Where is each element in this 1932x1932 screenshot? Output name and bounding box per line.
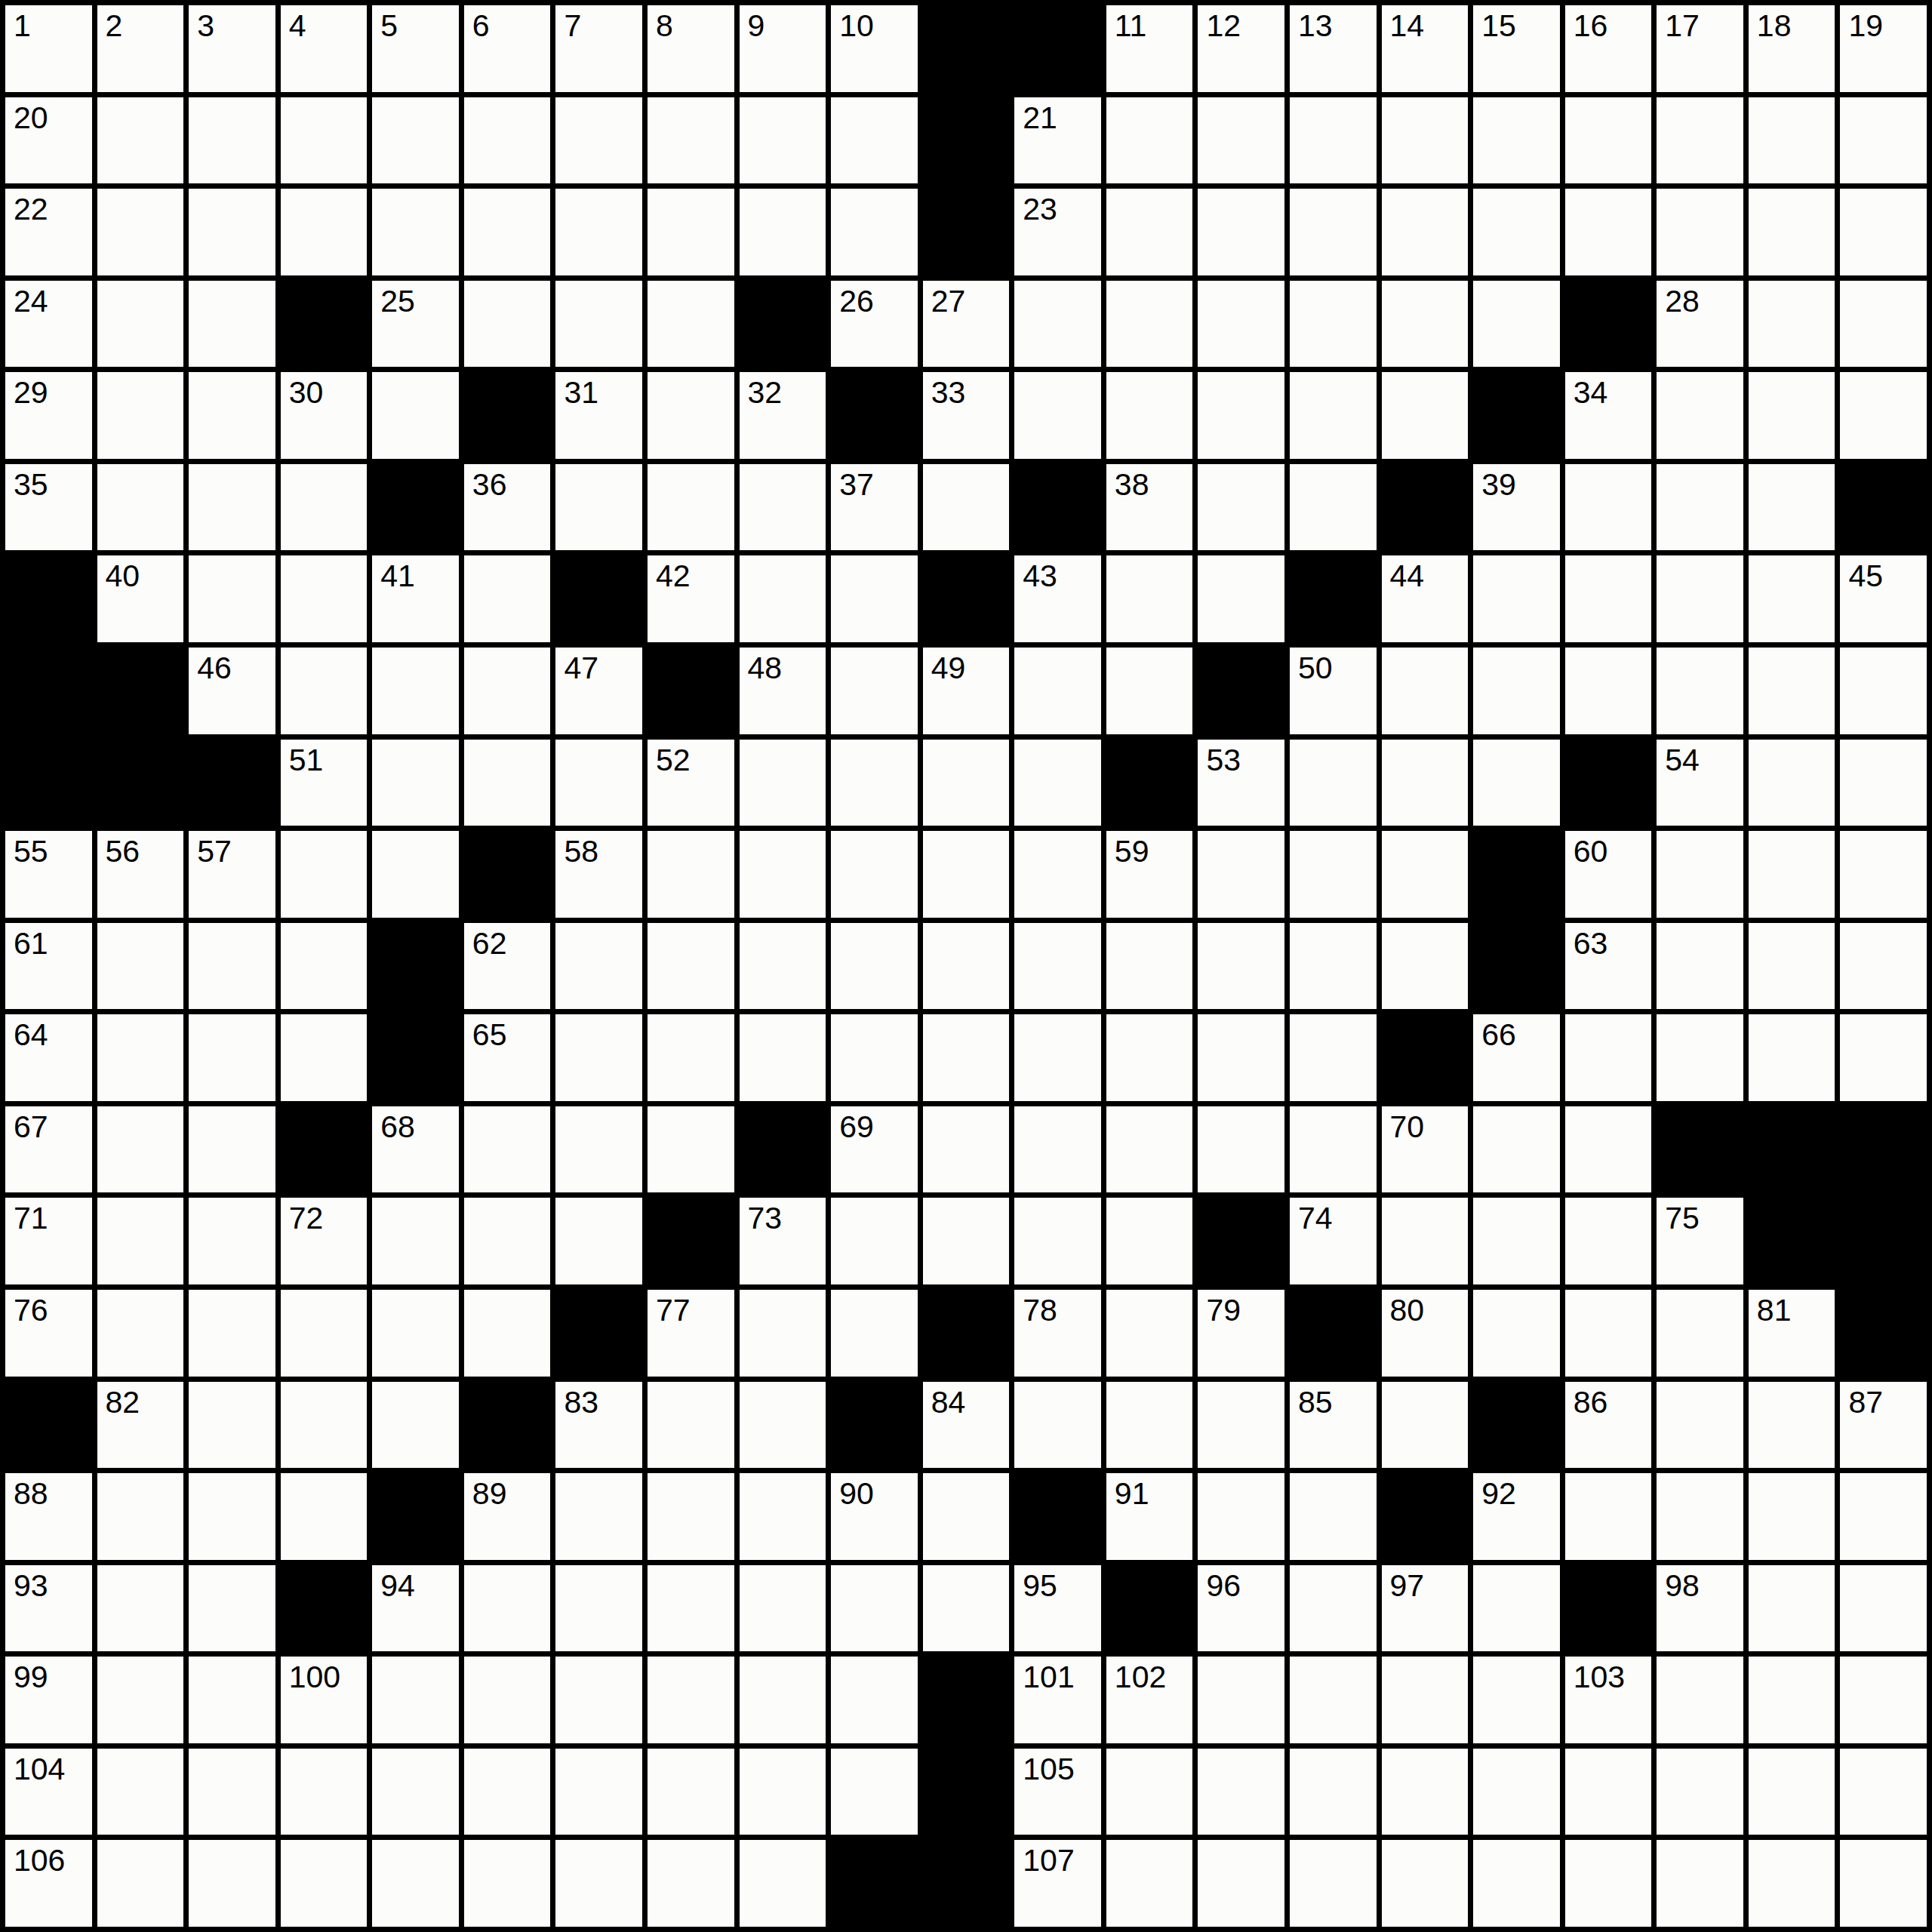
cell-r1c8[interactable]: 8 [648,5,734,92]
cell-r5c19[interactable] [1657,372,1743,459]
cell-r11c13[interactable] [1106,923,1193,1010]
cell-r7c12[interactable]: 43 [1014,555,1101,642]
cell-r21c16[interactable] [1382,1840,1469,1927]
cell-r16c8[interactable] [648,1382,734,1469]
cell-r12c8[interactable] [648,1014,734,1101]
cell-r12c19[interactable] [1657,1014,1743,1101]
cell-r17c11[interactable] [923,1473,1010,1560]
cell-r15c8[interactable]: 77 [648,1290,734,1377]
cell-r19c18[interactable]: 103 [1565,1657,1652,1743]
cell-r20c1[interactable]: 104 [5,1749,92,1835]
cell-r13c13[interactable] [1106,1106,1193,1193]
cell-r8c3[interactable]: 46 [189,648,275,734]
cell-r20c15[interactable] [1290,1749,1377,1835]
cell-r10c16[interactable] [1382,831,1469,918]
cell-r12c10[interactable] [831,1014,918,1101]
cell-r1c17[interactable]: 15 [1473,5,1560,92]
cell-r11c3[interactable] [189,923,275,1010]
cell-r13c6[interactable] [464,1106,551,1193]
cell-r3c21[interactable] [1840,189,1927,275]
cell-r5c4[interactable]: 30 [281,372,368,459]
cell-r8c19[interactable] [1657,648,1743,734]
cell-r20c10[interactable] [831,1749,918,1835]
cell-r7c13[interactable] [1106,555,1193,642]
cell-r16c12[interactable] [1014,1382,1101,1469]
cell-r13c2[interactable] [97,1106,184,1193]
cell-r14c6[interactable] [464,1198,551,1284]
cell-r9c6[interactable] [464,740,551,826]
cell-r14c18[interactable] [1565,1198,1652,1284]
cell-r9c7[interactable] [555,740,642,826]
cell-r1c14[interactable]: 12 [1198,5,1284,92]
cell-r14c1[interactable]: 71 [5,1198,92,1284]
cell-r13c14[interactable] [1198,1106,1284,1193]
cell-r16c16[interactable] [1382,1382,1469,1469]
cell-r4c7[interactable] [555,281,642,368]
cell-r20c18[interactable] [1565,1749,1652,1835]
cell-r4c17[interactable] [1473,281,1560,368]
cell-r16c4[interactable] [281,1382,368,1469]
cell-r15c17[interactable] [1473,1290,1560,1377]
cell-r17c1[interactable]: 88 [5,1473,92,1560]
cell-r19c3[interactable] [189,1657,275,1743]
cell-r12c20[interactable] [1749,1014,1835,1101]
cell-r1c19[interactable]: 17 [1657,5,1743,92]
cell-r3c6[interactable] [464,189,551,275]
cell-r1c18[interactable]: 16 [1565,5,1652,92]
cell-r19c13[interactable]: 102 [1106,1657,1193,1743]
cell-r9c5[interactable] [372,740,459,826]
cell-r5c5[interactable] [372,372,459,459]
cell-r14c19[interactable]: 75 [1657,1198,1743,1284]
cell-r20c14[interactable] [1198,1749,1284,1835]
cell-r14c4[interactable]: 72 [281,1198,368,1284]
cell-r13c15[interactable] [1290,1106,1377,1193]
cell-r3c9[interactable] [740,189,826,275]
cell-r20c13[interactable] [1106,1749,1193,1835]
cell-r21c20[interactable] [1749,1840,1835,1927]
cell-r12c4[interactable] [281,1014,368,1101]
cell-r12c15[interactable] [1290,1014,1377,1101]
cell-r1c7[interactable]: 7 [555,5,642,92]
cell-r20c2[interactable] [97,1749,184,1835]
cell-r17c7[interactable] [555,1473,642,1560]
cell-r18c1[interactable]: 93 [5,1565,92,1652]
cell-r2c8[interactable] [648,97,734,184]
cell-r21c2[interactable] [97,1840,184,1927]
cell-r7c20[interactable] [1749,555,1835,642]
cell-r10c20[interactable] [1749,831,1835,918]
cell-r7c16[interactable]: 44 [1382,555,1469,642]
cell-r12c9[interactable] [740,1014,826,1101]
cell-r2c1[interactable]: 20 [5,97,92,184]
cell-r4c6[interactable] [464,281,551,368]
cell-r14c5[interactable] [372,1198,459,1284]
cell-r4c2[interactable] [97,281,184,368]
cell-r21c3[interactable] [189,1840,275,1927]
cell-r21c9[interactable] [740,1840,826,1927]
cell-r11c9[interactable] [740,923,826,1010]
cell-r11c8[interactable] [648,923,734,1010]
cell-r3c17[interactable] [1473,189,1560,275]
cell-r3c2[interactable] [97,189,184,275]
cell-r18c19[interactable]: 98 [1657,1565,1743,1652]
cell-r15c9[interactable] [740,1290,826,1377]
cell-r18c21[interactable] [1840,1565,1927,1652]
cell-r5c8[interactable] [648,372,734,459]
cell-r3c16[interactable] [1382,189,1469,275]
cell-r20c4[interactable] [281,1749,368,1835]
cell-r9c15[interactable] [1290,740,1377,826]
cell-r11c10[interactable] [831,923,918,1010]
cell-r12c7[interactable] [555,1014,642,1101]
cell-r6c15[interactable] [1290,464,1377,551]
cell-r10c11[interactable] [923,831,1010,918]
cell-r7c18[interactable] [1565,555,1652,642]
cell-r15c14[interactable]: 79 [1198,1290,1284,1377]
cell-r15c5[interactable] [372,1290,459,1377]
cell-r3c3[interactable] [189,189,275,275]
cell-r5c15[interactable] [1290,372,1377,459]
cell-r8c18[interactable] [1565,648,1652,734]
cell-r1c20[interactable]: 18 [1749,5,1835,92]
cell-r21c14[interactable] [1198,1840,1284,1927]
cell-r13c12[interactable] [1014,1106,1101,1193]
cell-r11c12[interactable] [1014,923,1101,1010]
cell-r8c11[interactable]: 49 [923,648,1010,734]
cell-r2c14[interactable] [1198,97,1284,184]
cell-r16c18[interactable]: 86 [1565,1382,1652,1469]
cell-r19c14[interactable] [1198,1657,1284,1743]
cell-r4c5[interactable]: 25 [372,281,459,368]
cell-r6c13[interactable]: 38 [1106,464,1193,551]
cell-r4c14[interactable] [1198,281,1284,368]
cell-r14c11[interactable] [923,1198,1010,1284]
cell-r10c18[interactable]: 60 [1565,831,1652,918]
cell-r14c16[interactable] [1382,1198,1469,1284]
cell-r6c8[interactable] [648,464,734,551]
cell-r12c21[interactable] [1840,1014,1927,1101]
cell-r17c4[interactable] [281,1473,368,1560]
cell-r13c8[interactable] [648,1106,734,1193]
cell-r16c13[interactable] [1106,1382,1193,1469]
cell-r21c5[interactable] [372,1840,459,1927]
cell-r18c17[interactable] [1473,1565,1560,1652]
cell-r12c11[interactable] [923,1014,1010,1101]
cell-r3c8[interactable] [648,189,734,275]
cell-r17c6[interactable]: 89 [464,1473,551,1560]
cell-r14c3[interactable] [189,1198,275,1284]
cell-r5c1[interactable]: 29 [5,372,92,459]
cell-r4c20[interactable] [1749,281,1835,368]
cell-r6c9[interactable] [740,464,826,551]
cell-r7c6[interactable] [464,555,551,642]
cell-r2c17[interactable] [1473,97,1560,184]
cell-r3c19[interactable] [1657,189,1743,275]
cell-r1c4[interactable]: 4 [281,5,368,92]
cell-r7c4[interactable] [281,555,368,642]
cell-r20c21[interactable] [1840,1749,1927,1835]
cell-r19c6[interactable] [464,1657,551,1743]
cell-r8c4[interactable] [281,648,368,734]
cell-r12c12[interactable] [1014,1014,1101,1101]
cell-r9c9[interactable] [740,740,826,826]
cell-r7c8[interactable]: 42 [648,555,734,642]
cell-r2c3[interactable] [189,97,275,184]
cell-r10c7[interactable]: 58 [555,831,642,918]
cell-r17c19[interactable] [1657,1473,1743,1560]
cell-r12c2[interactable] [97,1014,184,1101]
cell-r8c15[interactable]: 50 [1290,648,1377,734]
cell-r13c3[interactable] [189,1106,275,1193]
cell-r10c3[interactable]: 57 [189,831,275,918]
cell-r17c2[interactable] [97,1473,184,1560]
cell-r1c16[interactable]: 14 [1382,5,1469,92]
cell-r5c9[interactable]: 32 [740,372,826,459]
cell-r16c5[interactable] [372,1382,459,1469]
cell-r17c10[interactable]: 90 [831,1473,918,1560]
cell-r9c21[interactable] [1840,740,1927,826]
cell-r4c12[interactable] [1014,281,1101,368]
cell-r4c8[interactable] [648,281,734,368]
cell-r10c2[interactable]: 56 [97,831,184,918]
cell-r18c12[interactable]: 95 [1014,1565,1101,1652]
cell-r5c11[interactable]: 33 [923,372,1010,459]
cell-r11c16[interactable] [1382,923,1469,1010]
cell-r8c9[interactable]: 48 [740,648,826,734]
cell-r20c8[interactable] [648,1749,734,1835]
cell-r5c12[interactable] [1014,372,1101,459]
cell-r13c5[interactable]: 68 [372,1106,459,1193]
cell-r5c2[interactable] [97,372,184,459]
cell-r10c8[interactable] [648,831,734,918]
cell-r10c19[interactable] [1657,831,1743,918]
cell-r15c10[interactable] [831,1290,918,1377]
cell-r19c2[interactable] [97,1657,184,1743]
cell-r13c7[interactable] [555,1106,642,1193]
cell-r20c20[interactable] [1749,1749,1835,1835]
cell-r17c15[interactable] [1290,1473,1377,1560]
cell-r8c7[interactable]: 47 [555,648,642,734]
cell-r21c7[interactable] [555,1840,642,1927]
cell-r18c10[interactable] [831,1565,918,1652]
cell-r6c4[interactable] [281,464,368,551]
cell-r11c20[interactable] [1749,923,1835,1010]
cell-r4c11[interactable]: 27 [923,281,1010,368]
cell-r6c17[interactable]: 39 [1473,464,1560,551]
cell-r15c1[interactable]: 76 [5,1290,92,1377]
cell-r18c16[interactable]: 97 [1382,1565,1469,1652]
cell-r11c11[interactable] [923,923,1010,1010]
cell-r7c3[interactable] [189,555,275,642]
cell-r16c14[interactable] [1198,1382,1284,1469]
cell-r1c3[interactable]: 3 [189,5,275,92]
cell-r10c9[interactable] [740,831,826,918]
cell-r2c5[interactable] [372,97,459,184]
cell-r6c1[interactable]: 35 [5,464,92,551]
cell-r6c14[interactable] [1198,464,1284,551]
cell-r6c11[interactable] [923,464,1010,551]
cell-r2c12[interactable]: 21 [1014,97,1101,184]
cell-r19c8[interactable] [648,1657,734,1743]
cell-r2c16[interactable] [1382,97,1469,184]
cell-r1c9[interactable]: 9 [740,5,826,92]
cell-r15c16[interactable]: 80 [1382,1290,1469,1377]
cell-r9c19[interactable]: 54 [1657,740,1743,826]
cell-r19c20[interactable] [1749,1657,1835,1743]
cell-r4c3[interactable] [189,281,275,368]
cell-r6c19[interactable] [1657,464,1743,551]
cell-r16c2[interactable]: 82 [97,1382,184,1469]
cell-r8c13[interactable] [1106,648,1193,734]
cell-r9c17[interactable] [1473,740,1560,826]
cell-r19c4[interactable]: 100 [281,1657,368,1743]
cell-r21c12[interactable]: 107 [1014,1840,1101,1927]
cell-r21c15[interactable] [1290,1840,1377,1927]
cell-r19c19[interactable] [1657,1657,1743,1743]
cell-r13c11[interactable] [923,1106,1010,1193]
cell-r16c11[interactable]: 84 [923,1382,1010,1469]
cell-r6c7[interactable] [555,464,642,551]
cell-r16c3[interactable] [189,1382,275,1469]
cell-r11c19[interactable] [1657,923,1743,1010]
cell-r15c6[interactable] [464,1290,551,1377]
cell-r15c13[interactable] [1106,1290,1193,1377]
cell-r16c20[interactable] [1749,1382,1835,1469]
cell-r13c17[interactable] [1473,1106,1560,1193]
cell-r6c6[interactable]: 36 [464,464,551,551]
cell-r1c5[interactable]: 5 [372,5,459,92]
cell-r9c14[interactable]: 53 [1198,740,1284,826]
cell-r18c20[interactable] [1749,1565,1835,1652]
cell-r18c3[interactable] [189,1565,275,1652]
cell-r15c12[interactable]: 78 [1014,1290,1101,1377]
cell-r16c9[interactable] [740,1382,826,1469]
cell-r9c20[interactable] [1749,740,1835,826]
cell-r21c17[interactable] [1473,1840,1560,1927]
cell-r21c13[interactable] [1106,1840,1193,1927]
cell-r1c10[interactable]: 10 [831,5,918,92]
cell-r19c12[interactable]: 101 [1014,1657,1101,1743]
cell-r14c2[interactable] [97,1198,184,1284]
cell-r7c2[interactable]: 40 [97,555,184,642]
cell-r14c10[interactable] [831,1198,918,1284]
cell-r6c2[interactable] [97,464,184,551]
cell-r18c15[interactable] [1290,1565,1377,1652]
cell-r8c20[interactable] [1749,648,1835,734]
cell-r19c10[interactable] [831,1657,918,1743]
cell-r7c14[interactable] [1198,555,1284,642]
cell-r21c1[interactable]: 106 [5,1840,92,1927]
cell-r3c14[interactable] [1198,189,1284,275]
cell-r21c4[interactable] [281,1840,368,1927]
cell-r18c8[interactable] [648,1565,734,1652]
cell-r3c20[interactable] [1749,189,1835,275]
cell-r3c10[interactable] [831,189,918,275]
cell-r7c19[interactable] [1657,555,1743,642]
cell-r21c8[interactable] [648,1840,734,1927]
cell-r20c3[interactable] [189,1749,275,1835]
cell-r15c4[interactable] [281,1290,368,1377]
cell-r4c10[interactable]: 26 [831,281,918,368]
cell-r2c2[interactable] [97,97,184,184]
cell-r19c1[interactable]: 99 [5,1657,92,1743]
cell-r2c7[interactable] [555,97,642,184]
cell-r11c14[interactable] [1198,923,1284,1010]
cell-r1c1[interactable]: 1 [5,5,92,92]
cell-r2c20[interactable] [1749,97,1835,184]
cell-r10c1[interactable]: 55 [5,831,92,918]
cell-r18c9[interactable] [740,1565,826,1652]
cell-r20c9[interactable] [740,1749,826,1835]
cell-r3c18[interactable] [1565,189,1652,275]
cell-r2c18[interactable] [1565,97,1652,184]
cell-r8c10[interactable] [831,648,918,734]
cell-r6c18[interactable] [1565,464,1652,551]
cell-r11c4[interactable] [281,923,368,1010]
cell-r13c10[interactable]: 69 [831,1106,918,1193]
cell-r20c17[interactable] [1473,1749,1560,1835]
cell-r12c6[interactable]: 65 [464,1014,551,1101]
cell-r17c9[interactable] [740,1473,826,1560]
cell-r17c8[interactable] [648,1473,734,1560]
cell-r5c7[interactable]: 31 [555,372,642,459]
cell-r3c13[interactable] [1106,189,1193,275]
cell-r11c18[interactable]: 63 [1565,923,1652,1010]
cell-r10c4[interactable] [281,831,368,918]
cell-r15c19[interactable] [1657,1290,1743,1377]
cell-r8c21[interactable] [1840,648,1927,734]
cell-r19c9[interactable] [740,1657,826,1743]
cell-r17c3[interactable] [189,1473,275,1560]
cell-r10c10[interactable] [831,831,918,918]
cell-r18c7[interactable] [555,1565,642,1652]
cell-r12c13[interactable] [1106,1014,1193,1101]
cell-r4c15[interactable] [1290,281,1377,368]
cell-r5c16[interactable] [1382,372,1469,459]
cell-r4c16[interactable] [1382,281,1469,368]
cell-r4c1[interactable]: 24 [5,281,92,368]
cell-r7c9[interactable] [740,555,826,642]
cell-r16c19[interactable] [1657,1382,1743,1469]
cell-r10c14[interactable] [1198,831,1284,918]
cell-r20c12[interactable]: 105 [1014,1749,1101,1835]
cell-r16c15[interactable]: 85 [1290,1382,1377,1469]
cell-r7c5[interactable]: 41 [372,555,459,642]
cell-r4c19[interactable]: 28 [1657,281,1743,368]
cell-r10c12[interactable] [1014,831,1101,918]
cell-r10c5[interactable] [372,831,459,918]
cell-r9c10[interactable] [831,740,918,826]
cell-r9c4[interactable]: 51 [281,740,368,826]
cell-r15c18[interactable] [1565,1290,1652,1377]
cell-r3c4[interactable] [281,189,368,275]
cell-r2c13[interactable] [1106,97,1193,184]
cell-r14c13[interactable] [1106,1198,1193,1284]
cell-r14c17[interactable] [1473,1198,1560,1284]
cell-r9c16[interactable] [1382,740,1469,826]
cell-r2c21[interactable] [1840,97,1927,184]
cell-r15c20[interactable]: 81 [1749,1290,1835,1377]
cell-r16c21[interactable]: 87 [1840,1382,1927,1469]
cell-r10c21[interactable] [1840,831,1927,918]
cell-r18c5[interactable]: 94 [372,1565,459,1652]
cell-r11c2[interactable] [97,923,184,1010]
cell-r13c1[interactable]: 67 [5,1106,92,1193]
cell-r21c21[interactable] [1840,1840,1927,1927]
cell-r9c8[interactable]: 52 [648,740,734,826]
cell-r2c15[interactable] [1290,97,1377,184]
